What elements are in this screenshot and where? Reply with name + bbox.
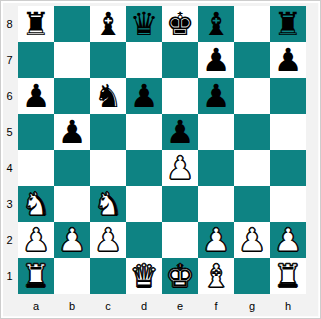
- square-a3[interactable]: ♞: [18, 186, 54, 222]
- square-h5[interactable]: [270, 114, 306, 150]
- file-label-h: h: [270, 297, 306, 315]
- white-pawn[interactable]: ♟: [166, 150, 195, 186]
- square-c8[interactable]: ♝: [90, 6, 126, 42]
- square-h6[interactable]: [270, 78, 306, 114]
- square-b7[interactable]: [54, 42, 90, 78]
- square-g1[interactable]: [234, 258, 270, 294]
- square-g6[interactable]: [234, 78, 270, 114]
- white-knight[interactable]: ♞: [22, 186, 51, 222]
- square-e8[interactable]: ♚: [162, 6, 198, 42]
- square-f4[interactable]: [198, 150, 234, 186]
- square-f2[interactable]: ♟: [198, 222, 234, 258]
- black-rook[interactable]: ♜: [22, 6, 51, 42]
- white-bishop[interactable]: ♝: [202, 258, 231, 294]
- square-a5[interactable]: [18, 114, 54, 150]
- square-d7[interactable]: [126, 42, 162, 78]
- rank-labels: 87654321: [1, 6, 18, 294]
- square-b5[interactable]: ♟: [54, 114, 90, 150]
- white-pawn[interactable]: ♟: [94, 222, 123, 258]
- square-g4[interactable]: [234, 150, 270, 186]
- black-pawn[interactable]: ♟: [202, 42, 231, 78]
- square-f3[interactable]: [198, 186, 234, 222]
- black-rook[interactable]: ♜: [274, 6, 303, 42]
- square-a4[interactable]: [18, 150, 54, 186]
- square-h2[interactable]: ♟: [270, 222, 306, 258]
- square-e6[interactable]: [162, 78, 198, 114]
- black-king[interactable]: ♚: [166, 6, 195, 42]
- white-knight[interactable]: ♞: [94, 186, 123, 222]
- square-h3[interactable]: [270, 186, 306, 222]
- square-g8[interactable]: [234, 6, 270, 42]
- white-pawn[interactable]: ♟: [22, 222, 51, 258]
- square-b6[interactable]: [54, 78, 90, 114]
- white-king[interactable]: ♚: [166, 258, 195, 294]
- square-e7[interactable]: [162, 42, 198, 78]
- file-label-a: a: [18, 297, 54, 315]
- square-b2[interactable]: ♟: [54, 222, 90, 258]
- square-c3[interactable]: ♞: [90, 186, 126, 222]
- square-h8[interactable]: ♜: [270, 6, 306, 42]
- square-e5[interactable]: ♟: [162, 114, 198, 150]
- square-f1[interactable]: ♝: [198, 258, 234, 294]
- square-b8[interactable]: [54, 6, 90, 42]
- white-rook[interactable]: ♜: [274, 258, 303, 294]
- file-label-b: b: [54, 297, 90, 315]
- square-d3[interactable]: [126, 186, 162, 222]
- black-bishop[interactable]: ♝: [202, 6, 231, 42]
- rank-label-4: 4: [1, 150, 18, 186]
- black-knight[interactable]: ♞: [94, 78, 123, 114]
- square-e3[interactable]: [162, 186, 198, 222]
- white-pawn[interactable]: ♟: [238, 222, 267, 258]
- square-a1[interactable]: ♜: [18, 258, 54, 294]
- rank-label-1: 1: [1, 258, 18, 294]
- square-c2[interactable]: ♟: [90, 222, 126, 258]
- square-d5[interactable]: [126, 114, 162, 150]
- file-labels: abcdefgh: [18, 297, 306, 315]
- square-g5[interactable]: [234, 114, 270, 150]
- file-label-f: f: [198, 297, 234, 315]
- square-d6[interactable]: ♟: [126, 78, 162, 114]
- square-b3[interactable]: [54, 186, 90, 222]
- square-b1[interactable]: [54, 258, 90, 294]
- square-h7[interactable]: ♟: [270, 42, 306, 78]
- rank-label-6: 6: [1, 78, 18, 114]
- square-e4[interactable]: ♟: [162, 150, 198, 186]
- square-c1[interactable]: [90, 258, 126, 294]
- square-e1[interactable]: ♚: [162, 258, 198, 294]
- black-pawn[interactable]: ♟: [22, 78, 51, 114]
- white-pawn[interactable]: ♟: [202, 222, 231, 258]
- file-label-g: g: [234, 297, 270, 315]
- square-a7[interactable]: [18, 42, 54, 78]
- square-d4[interactable]: [126, 150, 162, 186]
- square-b4[interactable]: [54, 150, 90, 186]
- black-pawn[interactable]: ♟: [166, 114, 195, 150]
- square-h4[interactable]: [270, 150, 306, 186]
- square-a6[interactable]: ♟: [18, 78, 54, 114]
- rank-label-5: 5: [1, 114, 18, 150]
- square-c4[interactable]: [90, 150, 126, 186]
- square-f8[interactable]: ♝: [198, 6, 234, 42]
- square-f6[interactable]: ♟: [198, 78, 234, 114]
- board-window: 87654321 ♜♝♛♚♝♜♟♟♟♞♟♟♟♟♟♞♞♟♟♟♟♟♟♜♛♚♝♜ ab…: [0, 0, 321, 319]
- square-c6[interactable]: ♞: [90, 78, 126, 114]
- rank-label-3: 3: [1, 186, 18, 222]
- rank-label-2: 2: [1, 222, 18, 258]
- rank-label-7: 7: [1, 42, 18, 78]
- square-g2[interactable]: ♟: [234, 222, 270, 258]
- square-h1[interactable]: ♜: [270, 258, 306, 294]
- square-g7[interactable]: [234, 42, 270, 78]
- black-pawn[interactable]: ♟: [202, 78, 231, 114]
- square-g3[interactable]: [234, 186, 270, 222]
- square-f5[interactable]: [198, 114, 234, 150]
- square-e2[interactable]: [162, 222, 198, 258]
- black-pawn[interactable]: ♟: [130, 78, 159, 114]
- square-a2[interactable]: ♟: [18, 222, 54, 258]
- white-pawn[interactable]: ♟: [58, 222, 87, 258]
- square-a8[interactable]: ♜: [18, 6, 54, 42]
- white-pawn[interactable]: ♟: [274, 222, 303, 258]
- rank-label-8: 8: [1, 6, 18, 42]
- square-f7[interactable]: ♟: [198, 42, 234, 78]
- chess-board[interactable]: ♜♝♛♚♝♜♟♟♟♞♟♟♟♟♟♞♞♟♟♟♟♟♟♜♛♚♝♜: [18, 6, 306, 294]
- black-bishop[interactable]: ♝: [94, 6, 123, 42]
- black-pawn[interactable]: ♟: [274, 42, 303, 78]
- file-label-c: c: [90, 297, 126, 315]
- black-pawn[interactable]: ♟: [58, 114, 87, 150]
- white-rook[interactable]: ♜: [22, 258, 51, 294]
- white-queen[interactable]: ♛: [130, 258, 159, 294]
- file-label-d: d: [126, 297, 162, 315]
- square-d2[interactable]: [126, 222, 162, 258]
- black-queen[interactable]: ♛: [130, 6, 159, 42]
- square-d8[interactable]: ♛: [126, 6, 162, 42]
- square-d1[interactable]: ♛: [126, 258, 162, 294]
- square-c7[interactable]: [90, 42, 126, 78]
- file-label-e: e: [162, 297, 198, 315]
- square-c5[interactable]: [90, 114, 126, 150]
